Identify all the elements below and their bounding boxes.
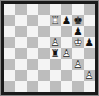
square-b8[interactable]	[15, 4, 26, 15]
square-e3[interactable]	[50, 59, 61, 70]
square-d1[interactable]	[38, 81, 49, 92]
square-e1[interactable]	[50, 81, 61, 92]
square-c3[interactable]	[27, 59, 38, 70]
square-a8[interactable]	[4, 4, 15, 15]
square-f7[interactable]: ♟♟	[61, 15, 72, 26]
white-rook-icon: ♜♖	[50, 15, 61, 26]
square-h3[interactable]	[84, 59, 95, 70]
square-f6[interactable]	[61, 26, 72, 37]
square-a5[interactable]	[4, 37, 15, 48]
square-a6[interactable]	[4, 26, 15, 37]
square-f8[interactable]	[61, 4, 72, 15]
square-h7[interactable]	[84, 15, 95, 26]
square-b3[interactable]	[15, 59, 26, 70]
square-e5[interactable]: ♟♙	[50, 37, 61, 48]
square-f2[interactable]	[61, 70, 72, 81]
square-d6[interactable]	[38, 26, 49, 37]
white-pawn-icon: ♟♙	[84, 70, 95, 81]
square-g6[interactable]: ♟♟	[72, 26, 83, 37]
square-a2[interactable]	[4, 70, 15, 81]
chess-board: ♜♖♟♟♚♚♟♟♟♙♚♔♟♟♜♜♟♙♟♙♟♙	[4, 4, 95, 92]
square-h5[interactable]: ♟♟	[84, 37, 95, 48]
square-c6[interactable]	[27, 26, 38, 37]
square-g4[interactable]	[72, 48, 83, 59]
square-f1[interactable]	[61, 81, 72, 92]
square-d2[interactable]	[38, 70, 49, 81]
square-e4[interactable]: ♜♜	[50, 48, 61, 59]
square-g1[interactable]	[72, 81, 83, 92]
square-h2[interactable]: ♟♙	[84, 70, 95, 81]
square-d3[interactable]	[38, 59, 49, 70]
square-f4[interactable]: ♟♙	[61, 48, 72, 59]
black-rook-icon: ♜♜	[50, 48, 61, 59]
square-f3[interactable]	[61, 59, 72, 70]
square-b5[interactable]	[15, 37, 26, 48]
square-b6[interactable]	[15, 26, 26, 37]
white-pawn-icon: ♟♙	[50, 37, 61, 48]
black-pawn-icon: ♟♟	[61, 15, 72, 26]
square-d5[interactable]	[38, 37, 49, 48]
black-king-icon: ♚♚	[72, 15, 83, 26]
square-g3[interactable]: ♟♙	[72, 59, 83, 70]
square-f5[interactable]	[61, 37, 72, 48]
square-b2[interactable]	[15, 70, 26, 81]
black-pawn-icon: ♟♟	[72, 26, 83, 37]
square-e2[interactable]	[50, 70, 61, 81]
square-c5[interactable]	[27, 37, 38, 48]
square-e7[interactable]: ♜♖	[50, 15, 61, 26]
square-c1[interactable]	[27, 81, 38, 92]
square-c2[interactable]	[27, 70, 38, 81]
square-c4[interactable]	[27, 48, 38, 59]
square-b1[interactable]	[15, 81, 26, 92]
square-h6[interactable]	[84, 26, 95, 37]
square-e6[interactable]	[50, 26, 61, 37]
square-h1[interactable]	[84, 81, 95, 92]
square-b4[interactable]	[15, 48, 26, 59]
square-a4[interactable]	[4, 48, 15, 59]
white-pawn-icon: ♟♙	[61, 48, 72, 59]
square-c8[interactable]	[27, 4, 38, 15]
square-g7[interactable]: ♚♚	[72, 15, 83, 26]
white-king-icon: ♚♔	[72, 37, 83, 48]
square-b7[interactable]	[15, 15, 26, 26]
square-h4[interactable]	[84, 48, 95, 59]
square-g2[interactable]	[72, 70, 83, 81]
black-pawn-icon: ♟♟	[84, 37, 95, 48]
square-d7[interactable]	[38, 15, 49, 26]
square-g8[interactable]	[72, 4, 83, 15]
square-h8[interactable]	[84, 4, 95, 15]
square-d4[interactable]	[38, 48, 49, 59]
square-a3[interactable]	[4, 59, 15, 70]
chess-board-frame: ♜♖♟♟♚♚♟♟♟♙♚♔♟♟♜♜♟♙♟♙♟♙	[0, 0, 99, 96]
square-a7[interactable]	[4, 15, 15, 26]
square-e8[interactable]	[50, 4, 61, 15]
square-a1[interactable]	[4, 81, 15, 92]
square-d8[interactable]	[38, 4, 49, 15]
square-g5[interactable]: ♚♔	[72, 37, 83, 48]
white-pawn-icon: ♟♙	[72, 59, 83, 70]
square-c7[interactable]	[27, 15, 38, 26]
